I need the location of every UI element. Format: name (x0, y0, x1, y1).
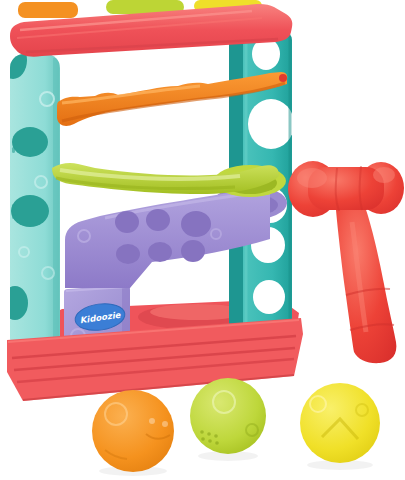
chute-hole (181, 240, 205, 262)
ramp-clip (279, 74, 287, 82)
green-ramp (52, 163, 286, 197)
chute-hole (148, 242, 172, 262)
ball-yellow (300, 383, 380, 470)
right-pillar-hole (253, 280, 285, 314)
tick-mark (12, 147, 15, 153)
left-pillar-hole (11, 195, 49, 227)
hammer-head-highlight (297, 168, 327, 188)
ball-texture (162, 421, 168, 427)
hammer-handle (336, 204, 396, 363)
left-pillar (0, 41, 60, 352)
chute-hole (115, 211, 139, 233)
ball-orange-body (92, 390, 174, 472)
left-pillar-hole (2, 286, 28, 320)
hammer-head-highlight (373, 167, 395, 183)
ball-top-orange (18, 2, 78, 18)
hammer (288, 161, 404, 363)
tick-mark (12, 204, 15, 210)
tick-mark (12, 214, 15, 219)
chute-hole (181, 211, 211, 237)
product-photo-stage: Kidoozie (0, 0, 405, 480)
toy-photo: Kidoozie (0, 0, 405, 480)
ball-green (190, 378, 266, 461)
ball-orange (92, 390, 174, 476)
chute-hole (116, 244, 140, 264)
left-pillar-hole (12, 127, 48, 157)
ball-green-body (190, 378, 266, 454)
ball-texture (149, 418, 155, 424)
ball-yellow-body (300, 383, 380, 463)
chute-hole (146, 209, 170, 231)
right-pillar-hole (248, 99, 294, 149)
